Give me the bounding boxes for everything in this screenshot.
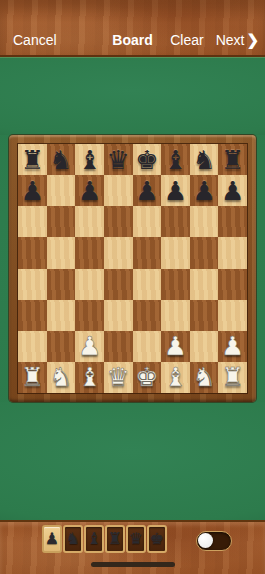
square-f8[interactable]: ♝	[161, 144, 190, 175]
square-h3[interactable]	[218, 300, 247, 331]
white-pawn: ♟	[164, 333, 187, 359]
white-knight: ♞	[192, 364, 215, 390]
square-b3[interactable]	[47, 300, 76, 331]
black-pawn: ♟	[78, 178, 101, 204]
square-e1[interactable]: ♚	[133, 362, 162, 393]
black-knight-icon: ♞	[66, 531, 80, 547]
square-a4[interactable]	[18, 269, 47, 300]
square-e4[interactable]	[133, 269, 162, 300]
square-a5[interactable]	[18, 237, 47, 268]
piece-selector-tiles: ♟♞♝♜♛♚	[42, 525, 167, 553]
square-b6[interactable]	[47, 206, 76, 237]
square-g4[interactable]	[190, 269, 219, 300]
black-pawn-icon: ♟	[45, 531, 59, 547]
square-c7[interactable]: ♟	[75, 175, 104, 206]
square-a1[interactable]: ♜	[18, 362, 47, 393]
square-f7[interactable]: ♟	[161, 175, 190, 206]
side-toggle-switch[interactable]	[196, 531, 232, 551]
square-c8[interactable]: ♝	[75, 144, 104, 175]
square-d2[interactable]	[104, 331, 133, 362]
square-d1[interactable]: ♛	[104, 362, 133, 393]
white-bishop: ♝	[164, 364, 187, 390]
nav-right-group: Clear Next ❯	[170, 32, 259, 48]
square-a3[interactable]	[18, 300, 47, 331]
white-pawn: ♟	[221, 333, 244, 359]
white-knight: ♞	[49, 364, 72, 390]
black-pawn: ♟	[164, 178, 187, 204]
black-bishop: ♝	[164, 147, 187, 173]
square-a8[interactable]: ♜	[18, 144, 47, 175]
chess-app-screen: Cancel Board Clear Next ❯ ♜♞♝♛♚♝♞♜♟♟♟♟♟♟…	[0, 0, 265, 574]
square-b1[interactable]: ♞	[47, 362, 76, 393]
square-a7[interactable]: ♟	[18, 175, 47, 206]
black-pawn: ♟	[135, 178, 158, 204]
toggle-knob-icon	[198, 533, 213, 548]
square-g1[interactable]: ♞	[190, 362, 219, 393]
black-queen-icon: ♛	[129, 531, 143, 547]
square-g7[interactable]: ♟	[190, 175, 219, 206]
square-b4[interactable]	[47, 269, 76, 300]
square-c3[interactable]	[75, 300, 104, 331]
square-e8[interactable]: ♚	[133, 144, 162, 175]
square-d5[interactable]	[104, 237, 133, 268]
black-king-icon: ♚	[150, 531, 164, 547]
square-g8[interactable]: ♞	[190, 144, 219, 175]
piece-tray-bar: ♟♞♝♜♛♚	[0, 520, 265, 574]
white-king: ♚	[135, 364, 158, 390]
square-h7[interactable]: ♟	[218, 175, 247, 206]
square-c2[interactable]: ♟	[75, 331, 104, 362]
black-rook-icon: ♜	[108, 531, 122, 547]
square-e7[interactable]: ♟	[133, 175, 162, 206]
square-e2[interactable]	[133, 331, 162, 362]
square-g6[interactable]	[190, 206, 219, 237]
square-f4[interactable]	[161, 269, 190, 300]
square-g5[interactable]	[190, 237, 219, 268]
square-d4[interactable]	[104, 269, 133, 300]
square-f2[interactable]: ♟	[161, 331, 190, 362]
lower-felt-area	[0, 402, 265, 520]
black-bishop-icon: ♝	[87, 531, 101, 547]
black-pawn: ♟	[192, 178, 215, 204]
black-queen: ♛	[107, 147, 130, 173]
square-d3[interactable]	[104, 300, 133, 331]
square-e3[interactable]	[133, 300, 162, 331]
square-b5[interactable]	[47, 237, 76, 268]
square-e6[interactable]	[133, 206, 162, 237]
square-c5[interactable]	[75, 237, 104, 268]
square-f5[interactable]	[161, 237, 190, 268]
square-d6[interactable]	[104, 206, 133, 237]
white-queen: ♛	[107, 364, 130, 390]
square-g3[interactable]	[190, 300, 219, 331]
square-g2[interactable]	[190, 331, 219, 362]
black-king: ♚	[135, 147, 158, 173]
square-c1[interactable]: ♝	[75, 362, 104, 393]
square-b7[interactable]	[47, 175, 76, 206]
tray-piece-bishop[interactable]: ♝	[84, 525, 104, 553]
square-h6[interactable]	[218, 206, 247, 237]
square-h8[interactable]: ♜	[218, 144, 247, 175]
square-e5[interactable]	[133, 237, 162, 268]
square-b8[interactable]: ♞	[47, 144, 76, 175]
cancel-button[interactable]: Cancel	[13, 32, 57, 48]
black-knight: ♞	[192, 147, 215, 173]
square-h4[interactable]	[218, 269, 247, 300]
tray-piece-king[interactable]: ♚	[147, 525, 167, 553]
tray-piece-knight[interactable]: ♞	[63, 525, 83, 553]
black-bishop: ♝	[78, 147, 101, 173]
top-navigation-bar: Cancel Board Clear Next ❯	[0, 0, 265, 57]
white-rook: ♜	[21, 364, 44, 390]
next-button[interactable]: Next ❯	[216, 32, 259, 48]
square-d8[interactable]: ♛	[104, 144, 133, 175]
square-a6[interactable]	[18, 206, 47, 237]
next-button-label: Next	[216, 32, 245, 48]
square-f1[interactable]: ♝	[161, 362, 190, 393]
square-f3[interactable]	[161, 300, 190, 331]
square-h2[interactable]: ♟	[218, 331, 247, 362]
tray-piece-rook[interactable]: ♜	[105, 525, 125, 553]
black-pawn: ♟	[21, 178, 44, 204]
home-indicator	[91, 562, 175, 567]
tray-piece-queen[interactable]: ♛	[126, 525, 146, 553]
black-pawn: ♟	[221, 178, 244, 204]
chevron-right-icon: ❯	[246, 33, 259, 47]
square-b2[interactable]	[47, 331, 76, 362]
square-h1[interactable]: ♜	[218, 362, 247, 393]
clear-button[interactable]: Clear	[170, 32, 203, 48]
board-frame: ♜♞♝♛♚♝♞♜♟♟♟♟♟♟♟♟♟♜♞♝♛♚♝♞♜	[9, 135, 256, 402]
white-bishop: ♝	[78, 364, 101, 390]
square-f6[interactable]	[161, 206, 190, 237]
square-h5[interactable]	[218, 237, 247, 268]
white-rook: ♜	[221, 364, 244, 390]
upper-felt-area	[0, 57, 265, 135]
chess-board: ♜♞♝♛♚♝♞♜♟♟♟♟♟♟♟♟♟♜♞♝♛♚♝♞♜	[18, 144, 247, 393]
square-a2[interactable]	[18, 331, 47, 362]
black-rook: ♜	[221, 147, 244, 173]
square-d7[interactable]	[104, 175, 133, 206]
black-rook: ♜	[21, 147, 44, 173]
square-c4[interactable]	[75, 269, 104, 300]
page-title: Board	[112, 32, 152, 48]
white-pawn: ♟	[78, 333, 101, 359]
tray-piece-pawn[interactable]: ♟	[42, 525, 62, 553]
board-zone: ♜♞♝♛♚♝♞♜♟♟♟♟♟♟♟♟♟♜♞♝♛♚♝♞♜	[0, 135, 265, 402]
black-knight: ♞	[49, 147, 72, 173]
square-c6[interactable]	[75, 206, 104, 237]
